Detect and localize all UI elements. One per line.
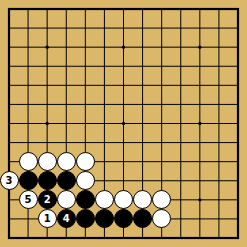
intersection[interactable] <box>19 19 38 38</box>
intersection[interactable] <box>114 152 133 171</box>
stone-white <box>57 190 76 209</box>
stone-black <box>76 209 95 228</box>
intersection[interactable] <box>133 171 152 190</box>
intersection[interactable] <box>0 95 19 114</box>
intersection[interactable] <box>38 228 57 247</box>
stone-white-move-3: 3 <box>0 171 19 190</box>
intersection[interactable] <box>171 95 190 114</box>
intersection[interactable] <box>228 152 247 171</box>
intersection[interactable] <box>57 38 76 57</box>
stone-white <box>114 190 133 209</box>
stone-black <box>76 190 95 209</box>
intersection[interactable] <box>190 38 209 57</box>
intersection[interactable] <box>133 19 152 38</box>
intersection[interactable] <box>95 57 114 76</box>
intersection[interactable] <box>133 228 152 247</box>
intersection[interactable] <box>38 76 57 95</box>
intersection[interactable] <box>76 76 95 95</box>
intersection[interactable] <box>228 133 247 152</box>
intersection[interactable]: 4 <box>57 209 76 228</box>
intersection[interactable] <box>38 57 57 76</box>
stone-black <box>114 209 133 228</box>
intersection[interactable] <box>152 114 171 133</box>
intersection[interactable] <box>114 209 133 228</box>
intersection[interactable] <box>19 228 38 247</box>
intersection[interactable] <box>57 152 76 171</box>
intersection[interactable] <box>95 38 114 57</box>
intersection[interactable] <box>209 228 228 247</box>
intersection[interactable] <box>95 0 114 19</box>
intersection[interactable] <box>171 38 190 57</box>
intersection[interactable] <box>0 228 19 247</box>
intersection[interactable] <box>171 190 190 209</box>
intersection[interactable] <box>209 57 228 76</box>
stone-black-move-4: 4 <box>57 209 76 228</box>
intersection[interactable] <box>76 190 95 209</box>
intersection[interactable] <box>171 133 190 152</box>
intersection[interactable] <box>0 152 19 171</box>
intersection[interactable] <box>19 171 38 190</box>
move-number-label: 1 <box>44 214 51 224</box>
intersection[interactable] <box>152 76 171 95</box>
intersection[interactable] <box>0 114 19 133</box>
intersection[interactable] <box>190 152 209 171</box>
intersection[interactable] <box>95 95 114 114</box>
intersection[interactable] <box>57 57 76 76</box>
intersection[interactable] <box>133 95 152 114</box>
intersection[interactable] <box>190 0 209 19</box>
stone-white-move-1: 1 <box>38 209 57 228</box>
intersection[interactable] <box>0 38 19 57</box>
intersection[interactable] <box>190 171 209 190</box>
stone-white <box>38 152 57 171</box>
intersection[interactable] <box>19 57 38 76</box>
intersection[interactable] <box>95 19 114 38</box>
intersection[interactable] <box>152 209 171 228</box>
intersection[interactable] <box>228 209 247 228</box>
intersection[interactable] <box>171 57 190 76</box>
intersection[interactable] <box>57 190 76 209</box>
intersection[interactable] <box>114 76 133 95</box>
intersection[interactable] <box>114 114 133 133</box>
intersection[interactable] <box>114 19 133 38</box>
intersection[interactable] <box>228 19 247 38</box>
intersection[interactable] <box>95 171 114 190</box>
goban-diagram: 35214 <box>0 0 247 247</box>
intersection[interactable] <box>114 228 133 247</box>
stone-white <box>19 152 38 171</box>
stone-white <box>133 190 152 209</box>
stone-white <box>76 171 95 190</box>
intersection[interactable] <box>57 228 76 247</box>
intersection[interactable] <box>209 171 228 190</box>
intersection[interactable] <box>76 133 95 152</box>
intersection[interactable] <box>228 95 247 114</box>
intersection[interactable] <box>209 38 228 57</box>
intersection[interactable] <box>133 133 152 152</box>
intersection[interactable] <box>95 209 114 228</box>
intersection[interactable] <box>57 76 76 95</box>
intersection[interactable] <box>57 95 76 114</box>
intersection[interactable] <box>228 114 247 133</box>
intersection[interactable] <box>209 95 228 114</box>
stone-white-move-5: 5 <box>19 190 38 209</box>
intersection[interactable] <box>190 114 209 133</box>
intersection[interactable] <box>190 228 209 247</box>
intersection[interactable] <box>19 0 38 19</box>
intersection[interactable] <box>190 76 209 95</box>
intersection[interactable] <box>190 209 209 228</box>
intersection[interactable] <box>190 95 209 114</box>
intersection[interactable] <box>171 76 190 95</box>
intersection[interactable] <box>190 57 209 76</box>
stone-black <box>95 209 114 228</box>
intersection[interactable] <box>133 190 152 209</box>
intersection[interactable] <box>19 114 38 133</box>
intersection[interactable] <box>209 133 228 152</box>
intersection[interactable] <box>38 114 57 133</box>
intersection[interactable] <box>114 190 133 209</box>
intersection[interactable] <box>114 133 133 152</box>
intersection[interactable] <box>38 95 57 114</box>
intersection[interactable] <box>133 209 152 228</box>
intersection[interactable] <box>0 209 19 228</box>
intersection[interactable] <box>152 133 171 152</box>
intersection[interactable] <box>228 171 247 190</box>
intersection[interactable] <box>95 152 114 171</box>
intersection[interactable] <box>152 190 171 209</box>
intersection[interactable] <box>171 209 190 228</box>
intersection[interactable] <box>171 19 190 38</box>
intersection[interactable]: 3 <box>0 171 19 190</box>
intersection[interactable] <box>114 95 133 114</box>
intersection[interactable] <box>57 19 76 38</box>
intersection[interactable] <box>38 0 57 19</box>
intersection[interactable] <box>152 228 171 247</box>
stone-black <box>57 171 76 190</box>
stone-black <box>133 209 152 228</box>
intersection[interactable] <box>0 133 19 152</box>
stone-black-move-2: 2 <box>38 190 57 209</box>
intersection[interactable] <box>190 19 209 38</box>
intersection[interactable] <box>228 76 247 95</box>
stone-white <box>95 190 114 209</box>
intersection[interactable] <box>76 95 95 114</box>
intersection[interactable] <box>95 76 114 95</box>
intersection[interactable] <box>76 19 95 38</box>
intersection[interactable] <box>209 190 228 209</box>
intersection[interactable] <box>76 228 95 247</box>
go-board[interactable]: 35214 <box>0 0 247 247</box>
intersection[interactable] <box>152 57 171 76</box>
intersection[interactable] <box>95 133 114 152</box>
intersection[interactable] <box>57 133 76 152</box>
intersection[interactable] <box>228 0 247 19</box>
intersection[interactable] <box>152 95 171 114</box>
intersection[interactable] <box>38 38 57 57</box>
intersection[interactable] <box>57 0 76 19</box>
intersection[interactable] <box>152 152 171 171</box>
intersection[interactable] <box>171 228 190 247</box>
intersection[interactable] <box>38 133 57 152</box>
intersection[interactable] <box>57 171 76 190</box>
intersection[interactable] <box>76 171 95 190</box>
intersection[interactable] <box>19 38 38 57</box>
move-number-label: 3 <box>6 176 13 186</box>
intersection[interactable] <box>228 38 247 57</box>
intersection[interactable] <box>209 114 228 133</box>
intersection[interactable] <box>76 152 95 171</box>
intersection[interactable] <box>76 57 95 76</box>
intersection[interactable] <box>114 57 133 76</box>
intersection[interactable] <box>0 57 19 76</box>
intersection[interactable] <box>0 190 19 209</box>
intersection[interactable] <box>38 19 57 38</box>
intersection[interactable] <box>209 76 228 95</box>
intersection[interactable] <box>76 0 95 19</box>
intersection[interactable] <box>114 38 133 57</box>
stone-white <box>152 190 171 209</box>
intersection[interactable] <box>152 171 171 190</box>
intersection[interactable] <box>95 228 114 247</box>
intersection[interactable] <box>19 152 38 171</box>
intersection[interactable] <box>76 209 95 228</box>
intersection[interactable] <box>0 76 19 95</box>
intersection[interactable] <box>190 133 209 152</box>
intersection[interactable] <box>152 0 171 19</box>
intersection[interactable] <box>19 76 38 95</box>
intersection[interactable] <box>171 114 190 133</box>
intersection[interactable] <box>152 19 171 38</box>
move-number-label: 5 <box>25 195 32 205</box>
intersection[interactable] <box>171 0 190 19</box>
intersection[interactable]: 1 <box>38 209 57 228</box>
intersection[interactable] <box>19 133 38 152</box>
intersection[interactable] <box>133 38 152 57</box>
intersection[interactable] <box>19 95 38 114</box>
intersection[interactable] <box>228 190 247 209</box>
intersection[interactable] <box>209 0 228 19</box>
intersection[interactable] <box>57 114 76 133</box>
intersection[interactable] <box>209 152 228 171</box>
intersection[interactable] <box>19 209 38 228</box>
intersection[interactable] <box>171 152 190 171</box>
intersection[interactable] <box>133 76 152 95</box>
intersection[interactable] <box>38 171 57 190</box>
intersection[interactable] <box>95 114 114 133</box>
move-number-label: 2 <box>44 195 51 205</box>
stone-black <box>19 171 38 190</box>
intersection[interactable] <box>171 171 190 190</box>
intersection[interactable] <box>38 152 57 171</box>
intersection[interactable]: 5 <box>19 190 38 209</box>
intersection[interactable] <box>209 19 228 38</box>
stone-black <box>38 171 57 190</box>
intersection[interactable] <box>133 114 152 133</box>
intersection[interactable] <box>209 209 228 228</box>
intersection[interactable] <box>95 190 114 209</box>
intersection[interactable] <box>0 19 19 38</box>
intersection[interactable] <box>114 171 133 190</box>
intersection[interactable]: 2 <box>38 190 57 209</box>
intersection[interactable] <box>228 57 247 76</box>
intersection[interactable] <box>190 190 209 209</box>
intersection[interactable] <box>133 57 152 76</box>
intersection[interactable] <box>133 152 152 171</box>
move-number-label: 4 <box>63 214 70 224</box>
intersection[interactable] <box>133 0 152 19</box>
intersection[interactable] <box>114 0 133 19</box>
stone-white <box>76 152 95 171</box>
stone-white <box>152 209 171 228</box>
intersection[interactable] <box>228 228 247 247</box>
intersection[interactable] <box>76 114 95 133</box>
intersection[interactable] <box>0 0 19 19</box>
intersection[interactable] <box>76 38 95 57</box>
intersection[interactable] <box>152 38 171 57</box>
stone-white <box>57 152 76 171</box>
